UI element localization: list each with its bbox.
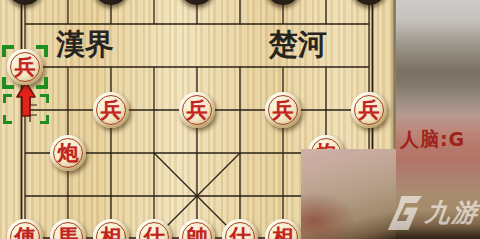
piece-glyph: 仕 [144, 219, 165, 239]
piece-glyph: 相 [101, 219, 122, 239]
watermark-text: 九游 [423, 194, 480, 232]
side-panel-text: 人脑:G [400, 127, 465, 153]
blur-overlay-patch [301, 149, 396, 239]
piece-glyph: 兵 [101, 92, 122, 128]
piece-glyph: 俥 [15, 219, 36, 239]
piece-glyph: 兵 [273, 92, 294, 128]
piece-red-cannon-b[interactable]: 炮 [50, 135, 86, 171]
river-label-right-text: 楚河 [269, 28, 327, 60]
piece-red-soldier-i[interactable]: 兵 [351, 92, 387, 128]
piece-red-soldier-g[interactable]: 兵 [265, 92, 301, 128]
xiangqi-screenshot: 漢界 楚河 兵兵兵兵兵炮炮俥馬相仕帥仕相馬俥 人脑:G 九游 [0, 0, 480, 239]
river-label-left-text: 漢界 [56, 28, 114, 60]
piece-glyph: 炮 [58, 135, 79, 171]
river-label-chuhe: 楚河 [269, 28, 341, 60]
piece-glyph: 帥 [187, 219, 208, 239]
watermark: 九游 [384, 194, 480, 232]
piece-glyph: 馬 [58, 219, 79, 239]
piece-glyph: 相 [273, 219, 294, 239]
piece-glyph: 兵 [187, 92, 208, 128]
piece-red-soldier-c[interactable]: 兵 [93, 92, 129, 128]
selection-bracket-origin [3, 94, 49, 124]
selection-bracket-destination [2, 45, 48, 89]
river-label-hanjie: 漢界 [56, 28, 128, 60]
9game-logo-icon [384, 194, 424, 232]
piece-red-soldier-e[interactable]: 兵 [179, 92, 215, 128]
piece-glyph: 兵 [359, 92, 380, 128]
piece-glyph: 仕 [230, 219, 251, 239]
